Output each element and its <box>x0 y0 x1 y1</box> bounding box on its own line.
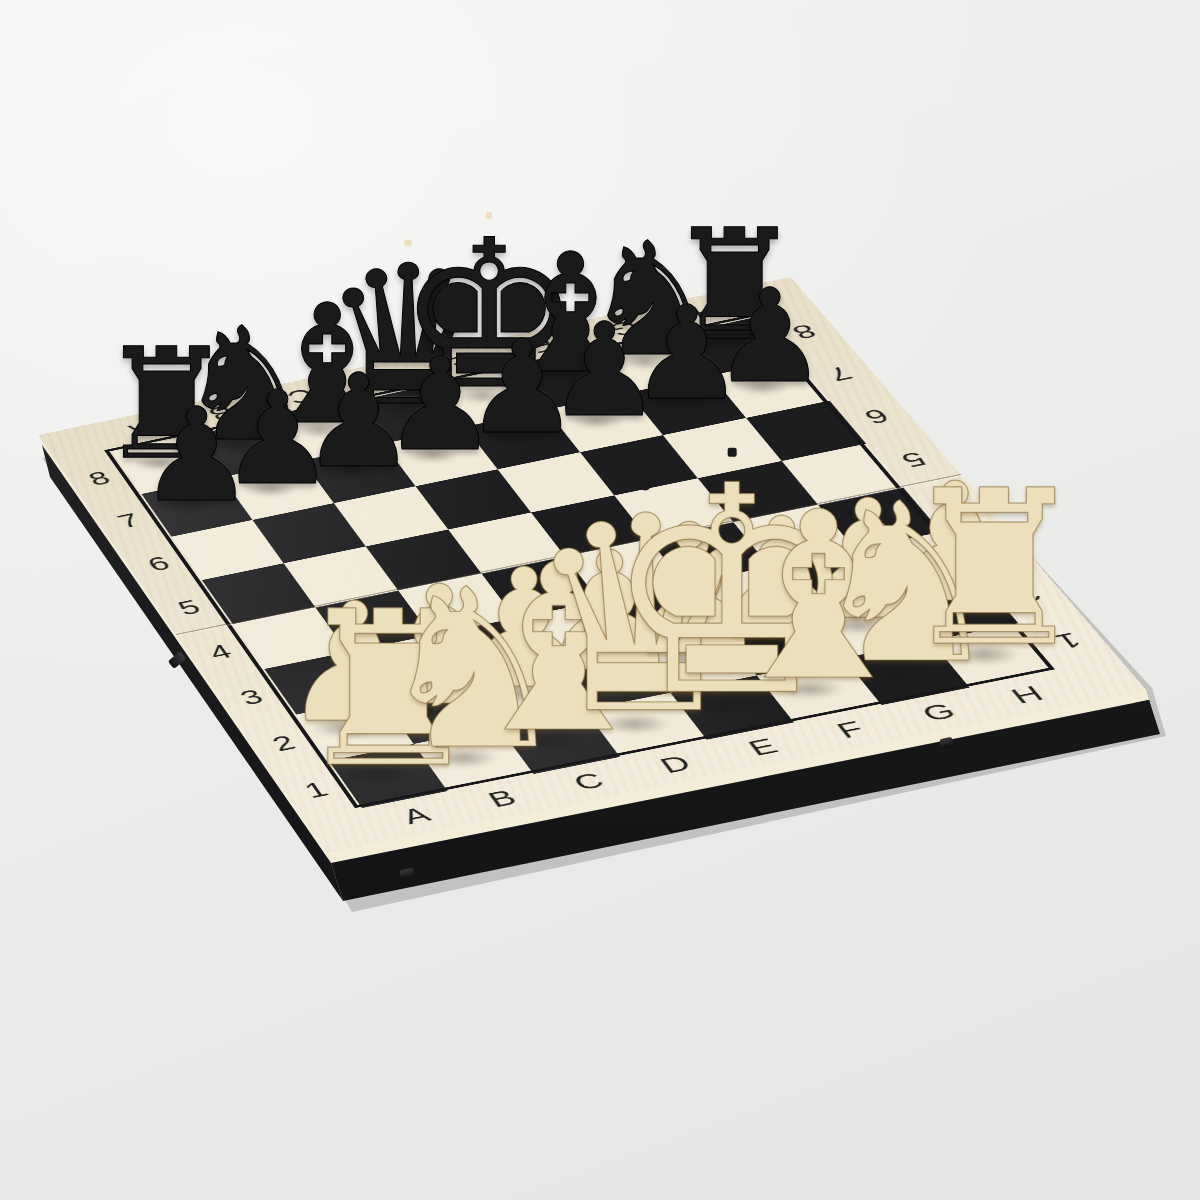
piece-bp-h7: ♟ <box>712 272 828 401</box>
pieces-layer: ♜♞♝♛♚♝♞♜♟♟♟♟♟♟♟♟♟♟♟♟♟♟♟♟♜♞♝♛♚♝♞♜ <box>0 0 1200 1200</box>
piece-wr-h1: ♜ <box>898 463 1090 677</box>
photo-stage: ABCDEFGH ABCDEFGH 87654321 87654321 ♜♞♝♛… <box>0 0 1200 1200</box>
finial-e1 <box>727 448 736 457</box>
finial-e8 <box>486 212 492 218</box>
